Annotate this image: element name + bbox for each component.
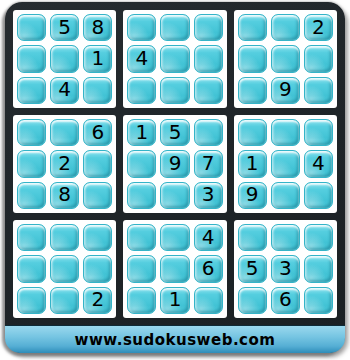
cell-r9c2[interactable]: [50, 287, 79, 314]
cell-r7c1[interactable]: [17, 224, 46, 251]
cell-r6c4[interactable]: [127, 182, 156, 209]
box-8: 461: [123, 220, 226, 318]
cell-r7c8[interactable]: [271, 224, 300, 251]
cell-r9c8[interactable]: 6: [271, 287, 300, 314]
box-1: 5814: [13, 10, 116, 108]
sudoku-page: 5814429628159731492461536 www.sudokusweb…: [0, 0, 350, 360]
given-digit: 4: [58, 79, 71, 99]
given-digit: 1: [169, 289, 182, 309]
cell-r7c5[interactable]: [160, 224, 189, 251]
given-digit: 9: [246, 184, 259, 204]
cell-r5c6[interactable]: 7: [194, 150, 223, 177]
cell-r4c7[interactable]: [238, 119, 267, 146]
site-url: www.sudokusweb.com: [75, 331, 276, 349]
cell-r3c8[interactable]: 9: [271, 77, 300, 104]
box-6: 149: [234, 115, 337, 213]
sudoku-board: 5814429628159731492461536: [5, 2, 345, 325]
given-digit: 2: [312, 17, 325, 37]
cell-r4c1[interactable]: [17, 119, 46, 146]
given-digit: 8: [58, 184, 71, 204]
given-digit: 7: [202, 153, 215, 173]
cell-r4c9[interactable]: [304, 119, 333, 146]
cell-r4c8[interactable]: [271, 119, 300, 146]
cell-r2c2[interactable]: [50, 45, 79, 72]
cell-r6c6[interactable]: 3: [194, 182, 223, 209]
cell-r5c4[interactable]: [127, 150, 156, 177]
cell-r5c9[interactable]: 4: [304, 150, 333, 177]
cell-r7c4[interactable]: [127, 224, 156, 251]
cell-r5c5[interactable]: 9: [160, 150, 189, 177]
given-digit: 4: [312, 153, 325, 173]
cell-r9c4[interactable]: [127, 287, 156, 314]
cell-r8c4[interactable]: [127, 255, 156, 282]
given-digit: 1: [136, 122, 149, 142]
box-7: 2: [13, 220, 116, 318]
cell-r9c9[interactable]: [304, 287, 333, 314]
cell-r7c3[interactable]: [83, 224, 112, 251]
cell-r4c2[interactable]: [50, 119, 79, 146]
given-digit: 2: [91, 289, 104, 309]
cell-r8c2[interactable]: [50, 255, 79, 282]
given-digit: 4: [202, 227, 215, 247]
given-digit: 3: [202, 184, 215, 204]
cell-r9c6[interactable]: [194, 287, 223, 314]
cell-r6c2[interactable]: 8: [50, 182, 79, 209]
cell-r2c5[interactable]: [160, 45, 189, 72]
given-digit: 4: [136, 48, 149, 68]
cell-r1c7[interactable]: [238, 14, 267, 41]
cell-r1c6[interactable]: [194, 14, 223, 41]
cell-r1c4[interactable]: [127, 14, 156, 41]
cell-r3c6[interactable]: [194, 77, 223, 104]
given-digit: 8: [91, 17, 104, 37]
box-2: 4: [123, 10, 226, 108]
given-digit: 5: [58, 17, 71, 37]
cell-r3c9[interactable]: [304, 77, 333, 104]
given-digit: 6: [279, 289, 292, 309]
cell-r3c4[interactable]: [127, 77, 156, 104]
cell-r8c1[interactable]: [17, 255, 46, 282]
cell-r1c5[interactable]: [160, 14, 189, 41]
cell-r7c2[interactable]: [50, 224, 79, 251]
cell-r3c3[interactable]: [83, 77, 112, 104]
cell-r1c2[interactable]: 5: [50, 14, 79, 41]
box-9: 536: [234, 220, 337, 318]
cell-r2c9[interactable]: [304, 45, 333, 72]
cell-r8c6[interactable]: 6: [194, 255, 223, 282]
given-digit: 1: [246, 153, 259, 173]
cell-r6c7[interactable]: 9: [238, 182, 267, 209]
cell-r2c6[interactable]: [194, 45, 223, 72]
cell-r1c8[interactable]: [271, 14, 300, 41]
cell-r6c9[interactable]: [304, 182, 333, 209]
cell-r7c7[interactable]: [238, 224, 267, 251]
cell-r9c3[interactable]: 2: [83, 287, 112, 314]
cell-r2c3[interactable]: 1: [83, 45, 112, 72]
cell-r5c8[interactable]: [271, 150, 300, 177]
given-digit: 2: [58, 153, 71, 173]
given-digit: 6: [91, 122, 104, 142]
cell-r4c3[interactable]: 6: [83, 119, 112, 146]
cell-r8c5[interactable]: [160, 255, 189, 282]
given-digit: 6: [202, 258, 215, 278]
cell-r7c6[interactable]: 4: [194, 224, 223, 251]
box-4: 628: [13, 115, 116, 213]
cell-r2c8[interactable]: [271, 45, 300, 72]
cell-r2c7[interactable]: [238, 45, 267, 72]
box-5: 15973: [123, 115, 226, 213]
cell-r3c7[interactable]: [238, 77, 267, 104]
cell-r3c1[interactable]: [17, 77, 46, 104]
cell-r9c1[interactable]: [17, 287, 46, 314]
given-digit: 9: [279, 79, 292, 99]
cell-r8c9[interactable]: [304, 255, 333, 282]
cell-r5c1[interactable]: [17, 150, 46, 177]
cell-r9c5[interactable]: 1: [160, 287, 189, 314]
cell-r8c7[interactable]: 5: [238, 255, 267, 282]
cell-r5c7[interactable]: 1: [238, 150, 267, 177]
cell-r2c4[interactable]: 4: [127, 45, 156, 72]
given-digit: 3: [279, 258, 292, 278]
sudoku-card: 5814429628159731492461536 www.sudokusweb…: [5, 2, 345, 353]
cell-r3c5[interactable]: [160, 77, 189, 104]
cell-r5c2[interactable]: 2: [50, 150, 79, 177]
cell-r5c3[interactable]: [83, 150, 112, 177]
cell-r3c2[interactable]: 4: [50, 77, 79, 104]
cell-r2c1[interactable]: [17, 45, 46, 72]
cell-r6c5[interactable]: [160, 182, 189, 209]
given-digit: 5: [246, 258, 259, 278]
cell-r1c1[interactable]: [17, 14, 46, 41]
cell-r9c7[interactable]: [238, 287, 267, 314]
cell-r6c1[interactable]: [17, 182, 46, 209]
given-digit: 1: [91, 48, 104, 68]
footer-bar: www.sudokusweb.com: [5, 325, 345, 353]
given-digit: 5: [169, 122, 182, 142]
cell-r6c3[interactable]: [83, 182, 112, 209]
cell-r6c8[interactable]: [271, 182, 300, 209]
box-3: 29: [234, 10, 337, 108]
given-digit: 9: [169, 153, 182, 173]
cell-r8c3[interactable]: [83, 255, 112, 282]
cell-r1c3[interactable]: 8: [83, 14, 112, 41]
cell-r1c9[interactable]: 2: [304, 14, 333, 41]
cell-r7c9[interactable]: [304, 224, 333, 251]
cell-r4c4[interactable]: 1: [127, 119, 156, 146]
cell-r4c6[interactable]: [194, 119, 223, 146]
cell-r4c5[interactable]: 5: [160, 119, 189, 146]
cell-r8c8[interactable]: 3: [271, 255, 300, 282]
